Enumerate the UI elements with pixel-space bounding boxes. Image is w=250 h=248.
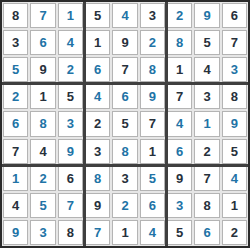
- cell-r6c1[interactable]: 7: [3, 139, 28, 164]
- cell-r6c4[interactable]: 3: [85, 139, 110, 164]
- cell-r1c1[interactable]: 8: [3, 3, 28, 28]
- cell-r6c7[interactable]: 6: [167, 139, 192, 164]
- cell-r1c2[interactable]: 7: [30, 3, 55, 28]
- cell-r1c4[interactable]: 5: [85, 3, 110, 28]
- cell-r4c1[interactable]: 2: [3, 84, 28, 109]
- cell-r8c4[interactable]: 9: [85, 193, 110, 218]
- cell-r2c2[interactable]: 6: [30, 30, 55, 55]
- cell-r1c7[interactable]: 2: [167, 3, 192, 28]
- cell-r3c4[interactable]: 6: [85, 57, 110, 82]
- cell-r2c4[interactable]: 1: [85, 30, 110, 55]
- cell-r7c3[interactable]: 6: [58, 166, 83, 191]
- cell-r9c5[interactable]: 1: [112, 220, 137, 245]
- cell-r3c2[interactable]: 9: [30, 57, 55, 82]
- cell-r8c6[interactable]: 6: [140, 193, 165, 218]
- cell-r3c9[interactable]: 3: [222, 57, 247, 82]
- cell-r3c6[interactable]: 8: [140, 57, 165, 82]
- cell-r3c5[interactable]: 7: [112, 57, 137, 82]
- cell-r6c5[interactable]: 8: [112, 139, 137, 164]
- cell-r9c7[interactable]: 5: [167, 220, 192, 245]
- cell-r8c5[interactable]: 2: [112, 193, 137, 218]
- cell-r4c8[interactable]: 3: [194, 84, 219, 109]
- cell-r1c3[interactable]: 1: [58, 3, 83, 28]
- box-divider-vertical-1: [83, 2, 86, 246]
- cell-r2c8[interactable]: 5: [194, 30, 219, 55]
- cell-r7c9[interactable]: 4: [222, 166, 247, 191]
- cell-r5c5[interactable]: 5: [112, 111, 137, 136]
- cell-r5c6[interactable]: 7: [140, 111, 165, 136]
- cell-r1c8[interactable]: 9: [194, 3, 219, 28]
- cell-r2c7[interactable]: 8: [167, 30, 192, 55]
- cell-r7c7[interactable]: 9: [167, 166, 192, 191]
- cell-r3c7[interactable]: 1: [167, 57, 192, 82]
- cell-r5c8[interactable]: 1: [194, 111, 219, 136]
- cell-r2c6[interactable]: 2: [140, 30, 165, 55]
- cell-r2c1[interactable]: 3: [3, 30, 28, 55]
- cell-r7c1[interactable]: 1: [3, 166, 28, 191]
- cell-r6c9[interactable]: 5: [222, 139, 247, 164]
- cell-r8c2[interactable]: 5: [30, 193, 55, 218]
- cell-r4c9[interactable]: 8: [222, 84, 247, 109]
- cell-r1c6[interactable]: 3: [140, 3, 165, 28]
- cell-r9c9[interactable]: 2: [222, 220, 247, 245]
- cell-r5c1[interactable]: 6: [3, 111, 28, 136]
- cell-r7c6[interactable]: 5: [140, 166, 165, 191]
- cell-r4c2[interactable]: 1: [30, 84, 55, 109]
- cell-r2c9[interactable]: 7: [222, 30, 247, 55]
- cell-r7c4[interactable]: 8: [85, 166, 110, 191]
- cell-r5c4[interactable]: 2: [85, 111, 110, 136]
- cell-r8c3[interactable]: 7: [58, 193, 83, 218]
- sudoku-board: 8715432963641928575926781432154697386832…: [0, 0, 250, 248]
- cell-r7c2[interactable]: 2: [30, 166, 55, 191]
- box-divider-horizontal-1: [2, 82, 248, 85]
- cell-r1c5[interactable]: 4: [112, 3, 137, 28]
- cell-r9c1[interactable]: 9: [3, 220, 28, 245]
- cell-r2c3[interactable]: 4: [58, 30, 83, 55]
- cell-r4c6[interactable]: 9: [140, 84, 165, 109]
- cell-r9c2[interactable]: 3: [30, 220, 55, 245]
- cell-r7c8[interactable]: 7: [194, 166, 219, 191]
- cell-r8c7[interactable]: 3: [167, 193, 192, 218]
- cell-r9c8[interactable]: 6: [194, 220, 219, 245]
- cell-r5c2[interactable]: 8: [30, 111, 55, 136]
- cell-r1c9[interactable]: 6: [222, 3, 247, 28]
- cell-r9c3[interactable]: 8: [58, 220, 83, 245]
- cell-r4c3[interactable]: 5: [58, 84, 83, 109]
- cell-r3c8[interactable]: 4: [194, 57, 219, 82]
- cell-r4c7[interactable]: 7: [167, 84, 192, 109]
- cell-r6c6[interactable]: 1: [140, 139, 165, 164]
- cell-r8c8[interactable]: 8: [194, 193, 219, 218]
- cell-r3c1[interactable]: 5: [3, 57, 28, 82]
- cell-r4c5[interactable]: 6: [112, 84, 137, 109]
- cell-r7c5[interactable]: 3: [112, 166, 137, 191]
- cell-r6c8[interactable]: 2: [194, 139, 219, 164]
- sudoku-grid: 8715432963641928575926781432154697386832…: [3, 3, 247, 245]
- cell-r3c3[interactable]: 2: [58, 57, 83, 82]
- cell-r9c6[interactable]: 4: [140, 220, 165, 245]
- cell-r4c4[interactable]: 4: [85, 84, 110, 109]
- cell-r8c1[interactable]: 4: [3, 193, 28, 218]
- cell-r6c2[interactable]: 4: [30, 139, 55, 164]
- cell-r9c4[interactable]: 7: [85, 220, 110, 245]
- cell-r5c9[interactable]: 9: [222, 111, 247, 136]
- cell-r8c9[interactable]: 1: [222, 193, 247, 218]
- cell-r6c3[interactable]: 9: [58, 139, 83, 164]
- cell-r5c3[interactable]: 3: [58, 111, 83, 136]
- cell-r5c7[interactable]: 4: [167, 111, 192, 136]
- cell-r2c5[interactable]: 9: [112, 30, 137, 55]
- box-divider-horizontal-2: [2, 164, 248, 167]
- box-divider-vertical-2: [165, 2, 168, 246]
